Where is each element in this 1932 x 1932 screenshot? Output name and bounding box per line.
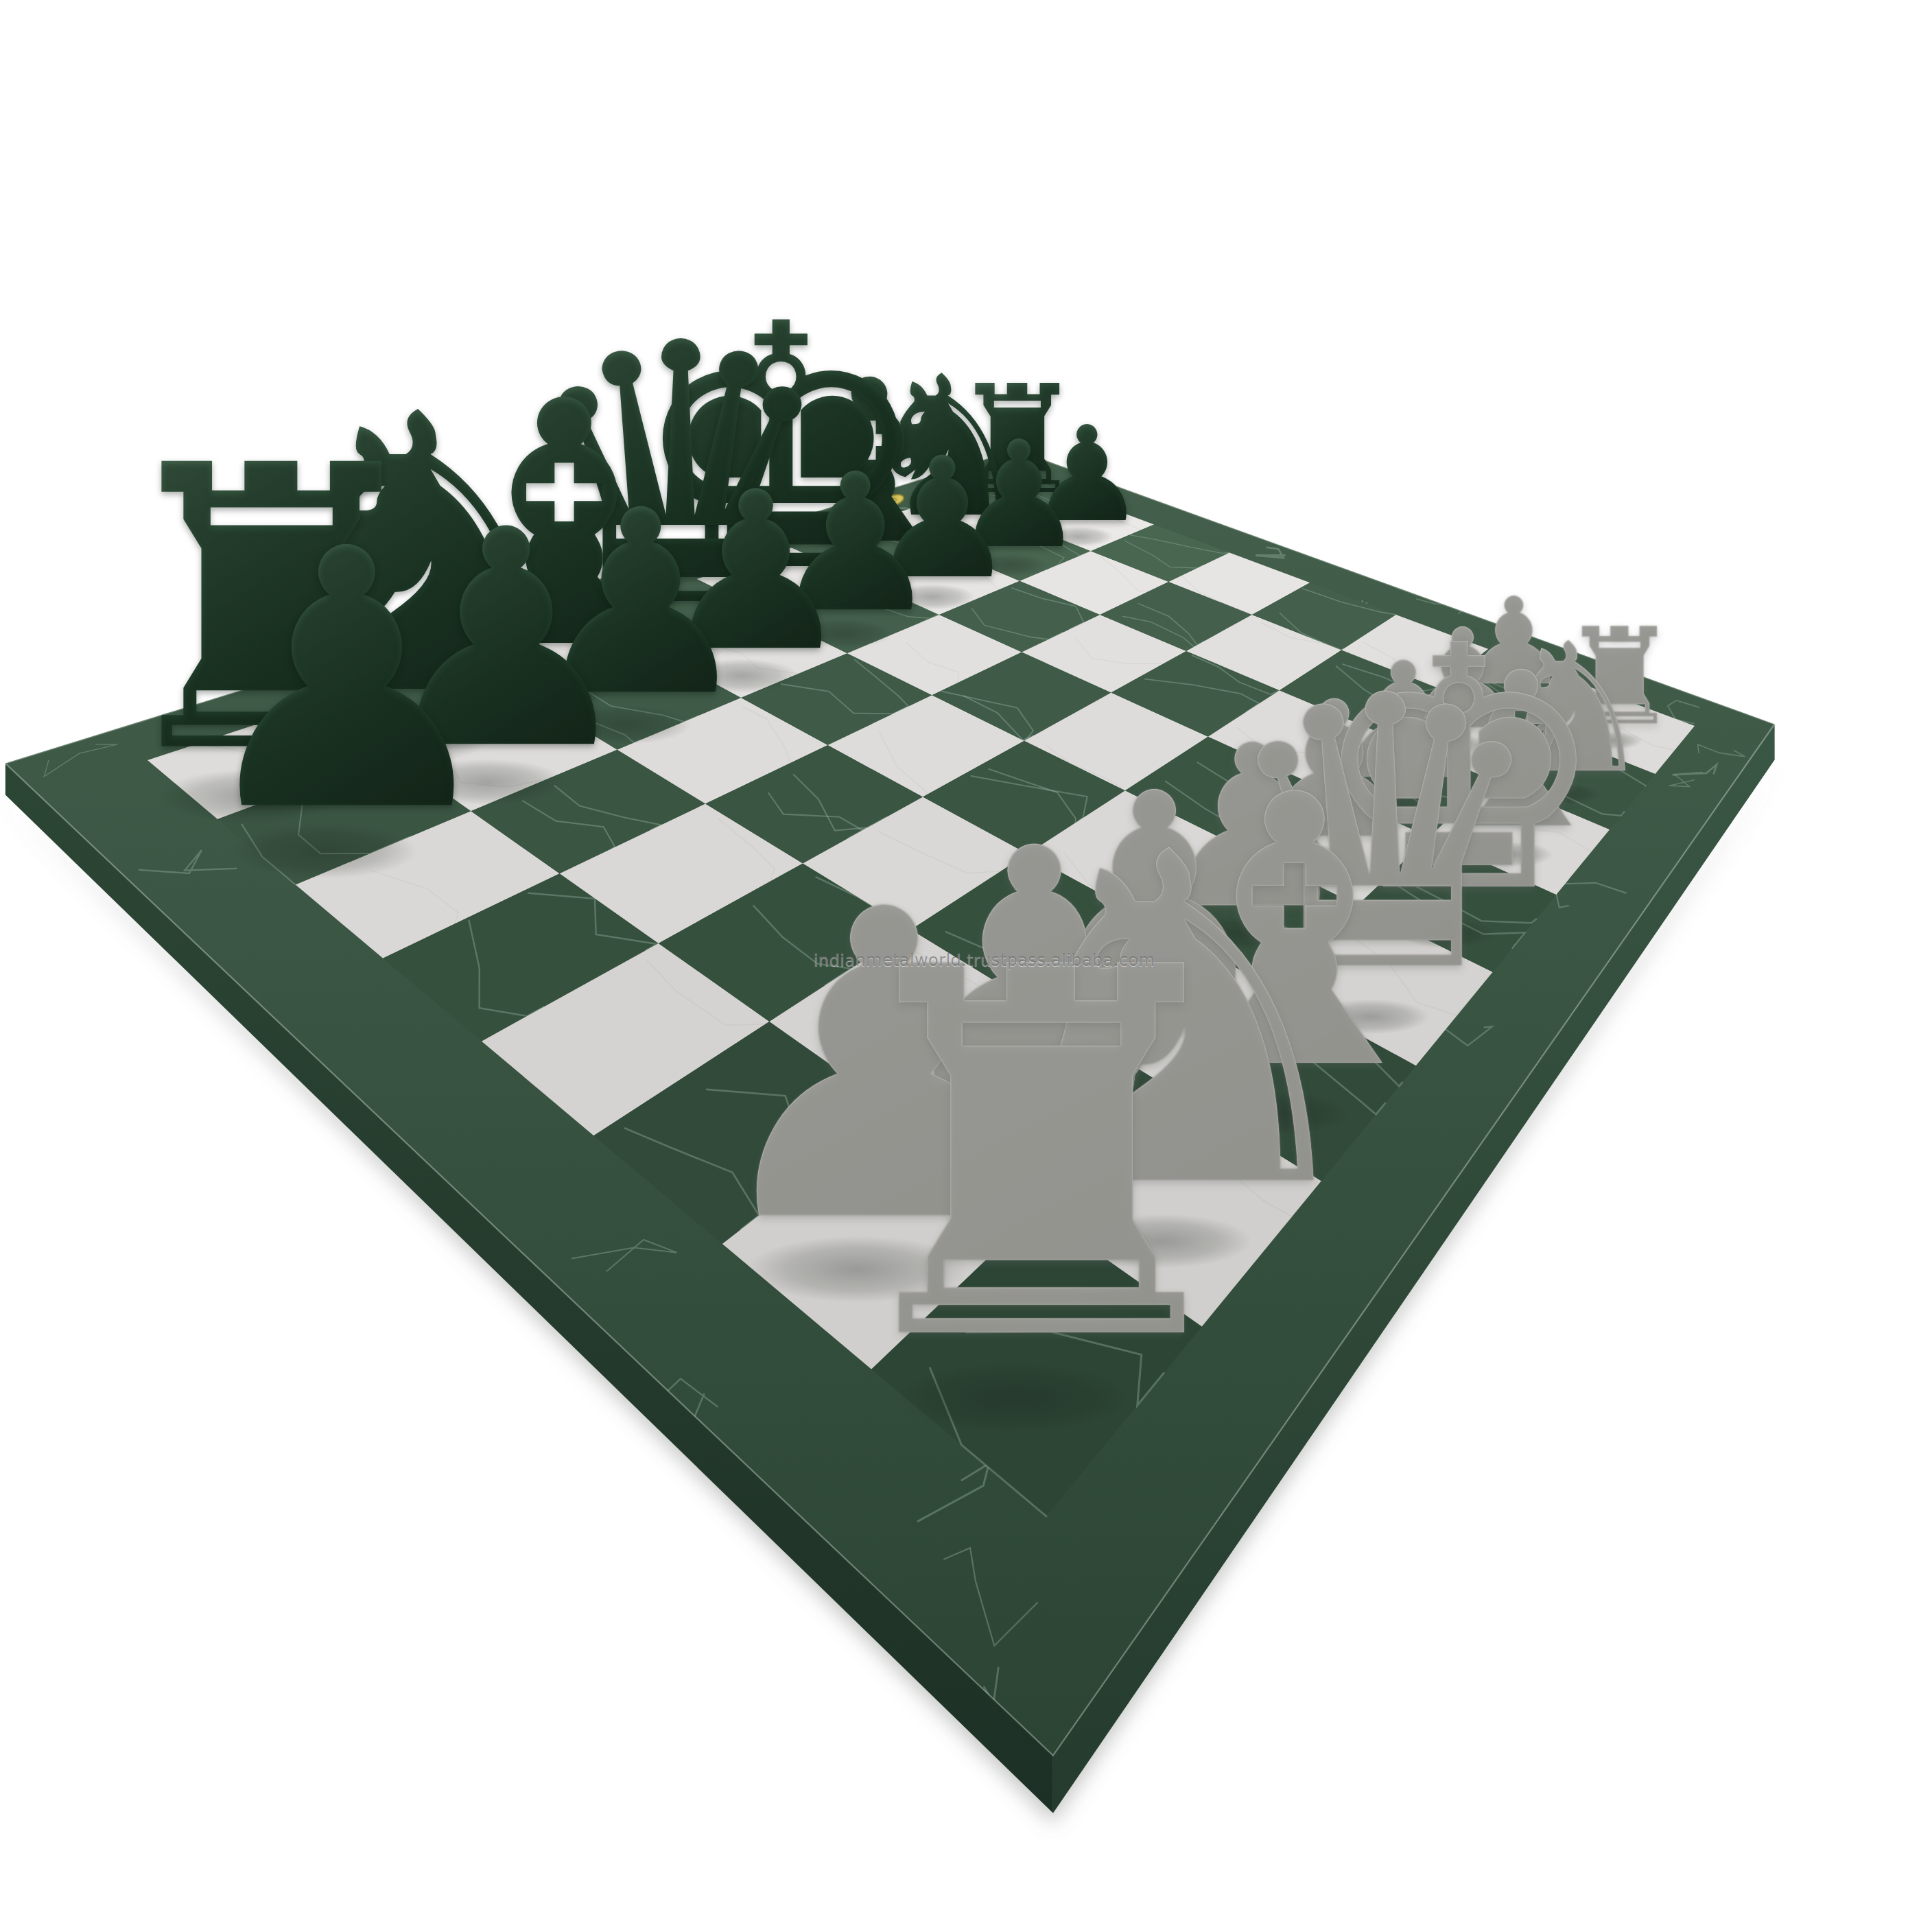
watermark: indianmetalworld.trustpass.alibaba.com [814, 951, 1155, 970]
product-photo: ♜♞♝♛♚♝♞♜♟♟♟♟♟♟♟♟♟♟♟♟♟♟♟♟♜♞♝♛♚♝♞♜ indianm… [0, 0, 1932, 1932]
